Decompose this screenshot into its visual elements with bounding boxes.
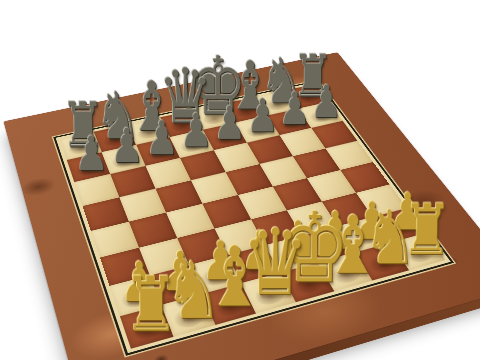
square-a1[interactable]: ♜: [120, 305, 174, 349]
chess-board: ♜♞♝♛♚♝♞♜♟♟♟♟♟♟♟♟♟♟♟♟♟♟♟♟♜♞♝♛♚♝♞♜: [4, 52, 480, 360]
square-a6[interactable]: [74, 174, 119, 206]
chess-set-photo: ♜♞♝♛♚♝♞♜♟♟♟♟♟♟♟♟♟♟♟♟♟♟♟♟♜♞♝♛♚♝♞♜: [0, 0, 480, 360]
perspective-scene: ♜♞♝♛♚♝♞♜♟♟♟♟♟♟♟♟♟♟♟♟♟♟♟♟♜♞♝♛♚♝♞♜: [0, 0, 480, 360]
piece-black-pawn[interactable]: ♟: [74, 131, 109, 176]
piece-black-pawn[interactable]: ♟: [213, 101, 246, 145]
piece-black-pawn[interactable]: ♟: [279, 87, 311, 130]
piece-black-pawn[interactable]: ♟: [179, 108, 212, 152]
piece-black-pawn[interactable]: ♟: [246, 94, 279, 137]
piece-white-rook[interactable]: ♜: [123, 268, 179, 340]
piece-black-pawn[interactable]: ♟: [310, 80, 342, 123]
board-grid: ♜♞♝♛♚♝♞♜♟♟♟♟♟♟♟♟♟♟♟♟♟♟♟♟♜♞♝♛♚♝♞♜: [60, 84, 446, 349]
board-frame-line: ♜♞♝♛♚♝♞♜♟♟♟♟♟♟♟♟♟♟♟♟♟♟♟♟♜♞♝♛♚♝♞♜: [53, 80, 454, 356]
piece-black-pawn[interactable]: ♟: [145, 116, 179, 161]
piece-black-pawn[interactable]: ♟: [110, 123, 145, 168]
